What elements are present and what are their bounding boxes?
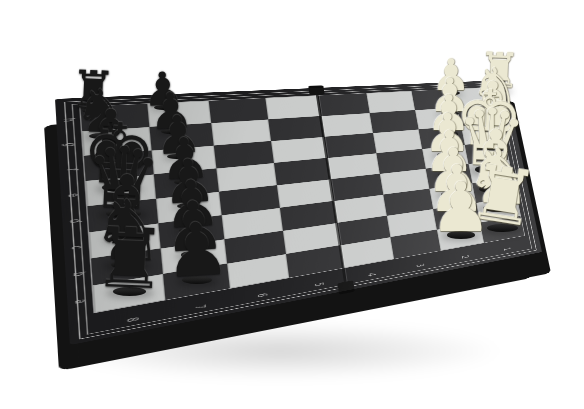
rank-label-2: 2 bbox=[460, 255, 470, 260]
rank-label-3: 3 bbox=[414, 263, 424, 268]
rank-label-5: 5 bbox=[313, 282, 325, 288]
hinge-notch-far bbox=[308, 85, 324, 95]
rank-label-1: 1 bbox=[502, 247, 511, 251]
file-label-e: e bbox=[66, 192, 82, 197]
file-label-g: g bbox=[63, 142, 78, 147]
file-label-c: c bbox=[69, 244, 85, 249]
product-photo-chess-set: hgfedcba 87654321 ♜♞♝♛♚♝♞♜♟♟♟♟♟♟♟♟♟♟♟♟♟♟… bbox=[0, 0, 584, 409]
rank-label-8: 8 bbox=[124, 316, 139, 323]
rank-label-4: 4 bbox=[366, 272, 377, 277]
rank-label-7: 7 bbox=[193, 304, 207, 310]
rank-label-6: 6 bbox=[255, 292, 268, 298]
file-label-h: h bbox=[61, 118, 76, 122]
file-label-f: f bbox=[64, 168, 79, 171]
file-label-a: a bbox=[73, 298, 89, 305]
file-label-d: d bbox=[68, 218, 84, 224]
file-label-b: b bbox=[71, 271, 87, 277]
